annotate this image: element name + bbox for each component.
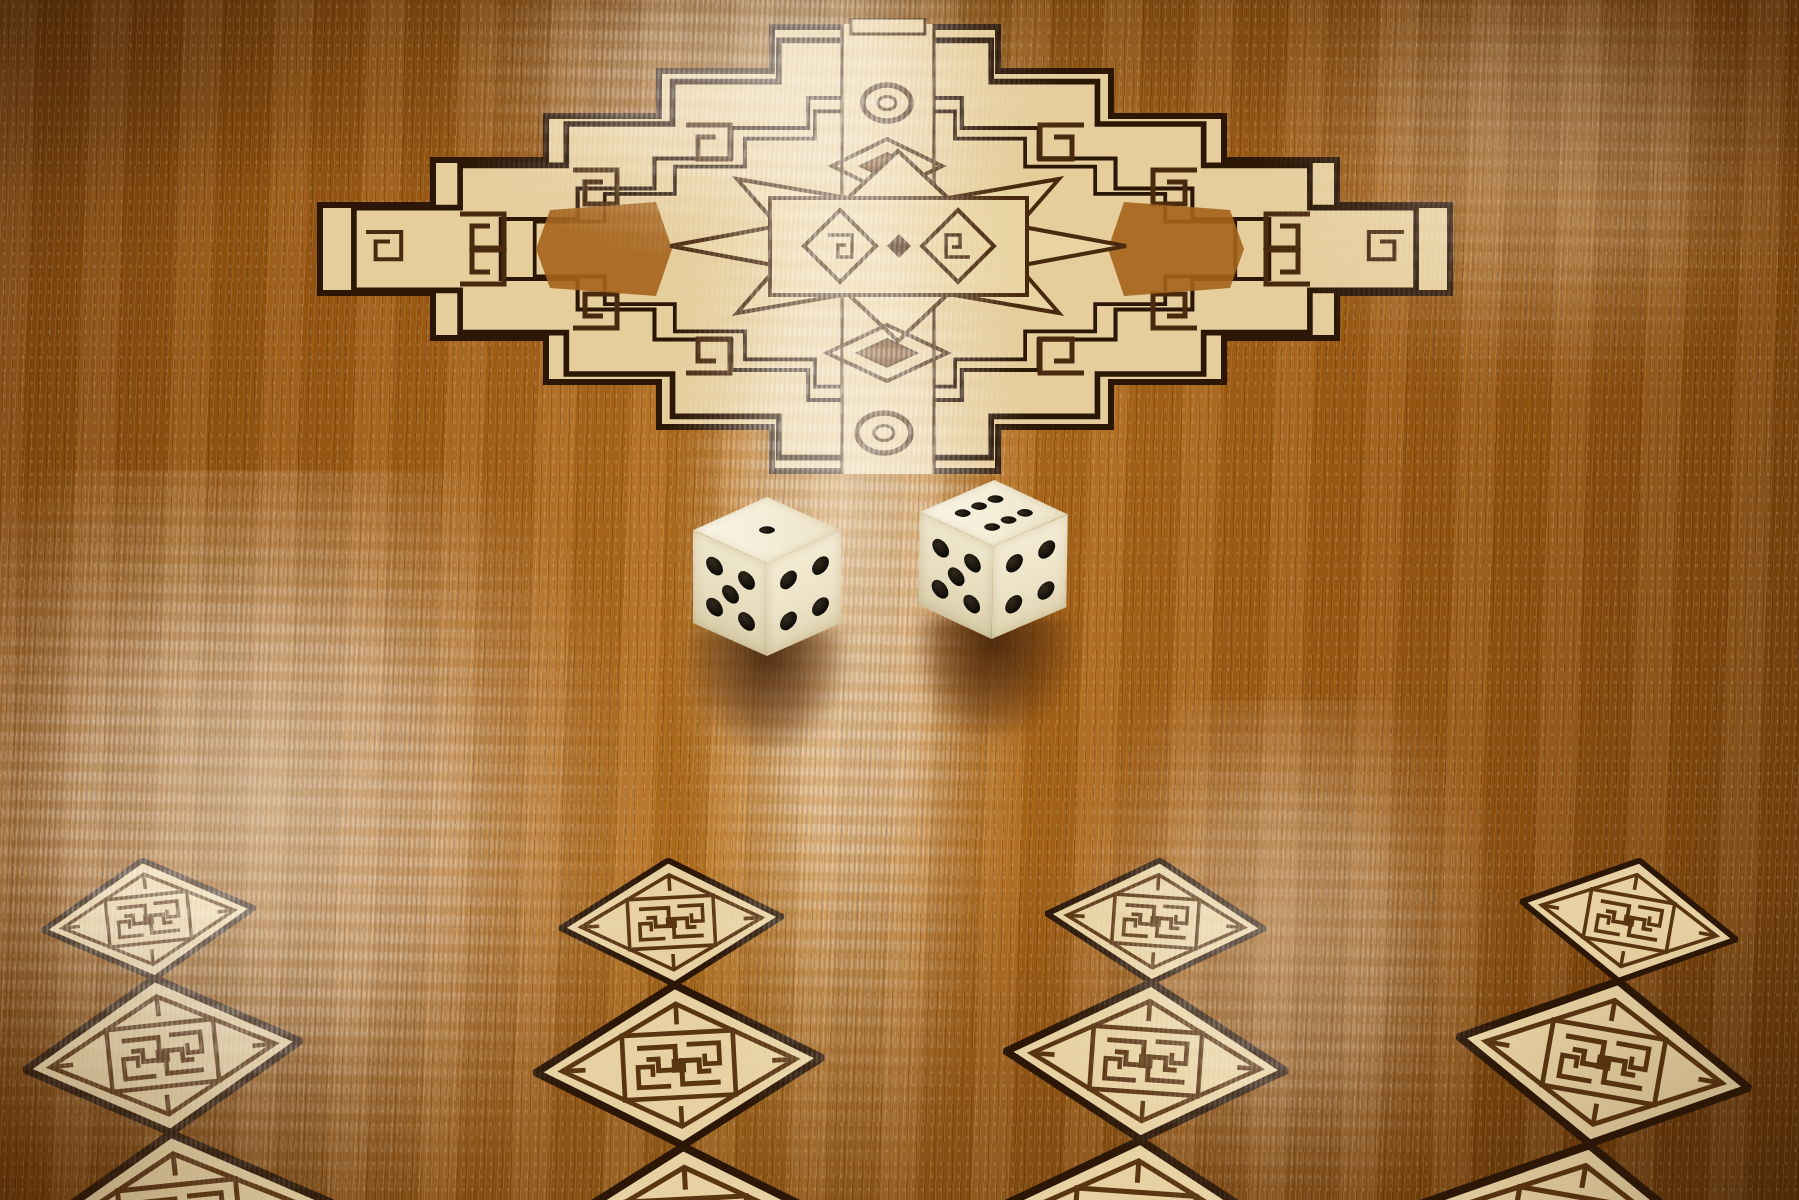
- die-pip: [997, 515, 1020, 525]
- die-pip: [722, 581, 739, 606]
- die-pip: [948, 564, 965, 589]
- die-pip: [756, 525, 779, 535]
- die-pip: [952, 508, 975, 518]
- die-pip: [1038, 537, 1055, 561]
- diamond-ornament: [1043, 853, 1269, 990]
- diamond-ornament: [558, 855, 786, 991]
- die-pip: [1038, 578, 1055, 602]
- die-pip: [780, 568, 797, 593]
- die-right[interactable]: [918, 479, 1069, 642]
- die-pip: [1005, 592, 1022, 616]
- die-pip: [981, 522, 1004, 532]
- die-pip: [932, 536, 949, 561]
- diamond-ornament: [17, 964, 308, 1147]
- die-pip: [812, 594, 829, 619]
- die-pip: [931, 577, 948, 602]
- die-pip: [1013, 508, 1036, 518]
- point-column-3: [968, 847, 1319, 1200]
- die-pip: [812, 553, 829, 578]
- die-pip: [738, 568, 755, 593]
- diamond-ornament: [532, 978, 826, 1153]
- die-pip: [1005, 551, 1022, 575]
- die-pip: [963, 592, 980, 617]
- point-column-1: [0, 841, 348, 1200]
- die-pip: [706, 554, 723, 579]
- die-pip: [780, 609, 797, 634]
- eight-point-star: [670, 151, 1126, 341]
- die-pip: [706, 595, 723, 620]
- die-pip: [964, 551, 981, 576]
- die-pip: [984, 494, 1007, 504]
- photo-canvas: Handmade carved wooden backgammon board …: [0, 0, 1799, 1200]
- die-pip: [968, 501, 991, 511]
- diamond-ornament: [1001, 973, 1292, 1149]
- point-column-2: [508, 850, 852, 1200]
- central-medallion: [300, 18, 1480, 488]
- die-left[interactable]: [693, 497, 841, 657]
- die-pip: [738, 609, 755, 634]
